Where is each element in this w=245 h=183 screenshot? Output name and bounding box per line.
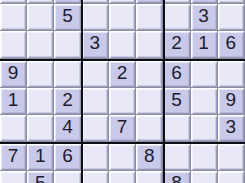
cell-r8c7[interactable]: 8 — [163, 171, 190, 183]
cell-r6c6[interactable] — [136, 115, 163, 142]
cell-r6c8[interactable] — [191, 115, 218, 142]
cell-r4c5[interactable]: 2 — [109, 61, 136, 88]
cell-r5c9[interactable]: 9 — [218, 88, 245, 115]
cell-r3c3[interactable] — [54, 31, 81, 58]
cell-r8c1[interactable] — [0, 171, 27, 183]
cell-r6c1[interactable] — [0, 115, 27, 142]
cell-r3c5[interactable] — [109, 31, 136, 58]
cell-r2c5[interactable] — [109, 4, 136, 31]
cell-r4c9[interactable] — [218, 61, 245, 88]
cell-r8c3[interactable] — [54, 171, 81, 183]
cell-r7c2[interactable]: 1 — [27, 144, 54, 171]
cell-r8c8[interactable] — [191, 171, 218, 183]
cell-r6c2[interactable] — [27, 115, 54, 142]
cell-r5c2[interactable] — [27, 88, 54, 115]
cell-r7c5[interactable] — [109, 144, 136, 171]
cell-r3c6[interactable] — [136, 31, 163, 58]
cell-r8c4[interactable] — [82, 171, 109, 183]
cell-r2c4[interactable] — [82, 4, 109, 31]
box-divider-vertical-right — [163, 0, 165, 183]
cell-r4c1[interactable]: 9 — [0, 61, 27, 88]
cell-r8c5[interactable] — [109, 171, 136, 183]
cell-r2c2[interactable] — [27, 4, 54, 31]
cell-r8c6[interactable] — [136, 171, 163, 183]
cell-r2c3[interactable]: 5 — [54, 4, 81, 31]
cell-r5c8[interactable] — [191, 88, 218, 115]
cell-r4c8[interactable] — [191, 61, 218, 88]
cell-r7c8[interactable] — [191, 144, 218, 171]
cell-r4c2[interactable] — [27, 61, 54, 88]
cell-r4c7[interactable]: 6 — [163, 61, 190, 88]
cell-r7c1[interactable]: 7 — [0, 144, 27, 171]
cell-r2c9[interactable] — [218, 4, 245, 31]
cell-r3c8[interactable]: 1 — [191, 31, 218, 58]
cell-r5c4[interactable] — [82, 88, 109, 115]
cell-r5c1[interactable]: 1 — [0, 88, 27, 115]
cell-r7c6[interactable]: 8 — [136, 144, 163, 171]
cell-r4c6[interactable] — [136, 61, 163, 88]
cell-r7c7[interactable] — [163, 144, 190, 171]
cell-r5c6[interactable] — [136, 88, 163, 115]
cell-r4c3[interactable] — [54, 61, 81, 88]
cell-r2c7[interactable] — [163, 4, 190, 31]
cell-r6c9[interactable]: 3 — [218, 115, 245, 142]
cell-r4c4[interactable] — [82, 61, 109, 88]
cell-r5c5[interactable] — [109, 88, 136, 115]
cell-r7c3[interactable]: 6 — [54, 144, 81, 171]
cell-r3c4[interactable]: 3 — [82, 31, 109, 58]
cell-r7c9[interactable] — [218, 144, 245, 171]
sudoku-board: 5332169261259473716858 — [0, 0, 245, 183]
cell-r3c2[interactable] — [27, 31, 54, 58]
cell-r3c1[interactable] — [0, 31, 27, 58]
cell-r3c9[interactable]: 6 — [218, 31, 245, 58]
cell-r2c8[interactable]: 3 — [191, 4, 218, 31]
cell-r5c7[interactable]: 5 — [163, 88, 190, 115]
box-divider-vertical-left — [81, 0, 83, 183]
cell-r8c9[interactable] — [218, 171, 245, 183]
cell-r5c3[interactable]: 2 — [54, 88, 81, 115]
cell-r3c7[interactable]: 2 — [163, 31, 190, 58]
cell-r7c4[interactable] — [82, 144, 109, 171]
cell-r6c5[interactable]: 7 — [109, 115, 136, 142]
cell-r2c6[interactable] — [136, 4, 163, 31]
sudoku-board-viewport: 5332169261259473716858 — [0, 0, 245, 183]
cell-r8c2[interactable]: 5 — [27, 171, 54, 183]
cell-r6c4[interactable] — [82, 115, 109, 142]
cell-r2c1[interactable] — [0, 4, 27, 31]
cell-r6c3[interactable]: 4 — [54, 115, 81, 142]
cell-r6c7[interactable] — [163, 115, 190, 142]
